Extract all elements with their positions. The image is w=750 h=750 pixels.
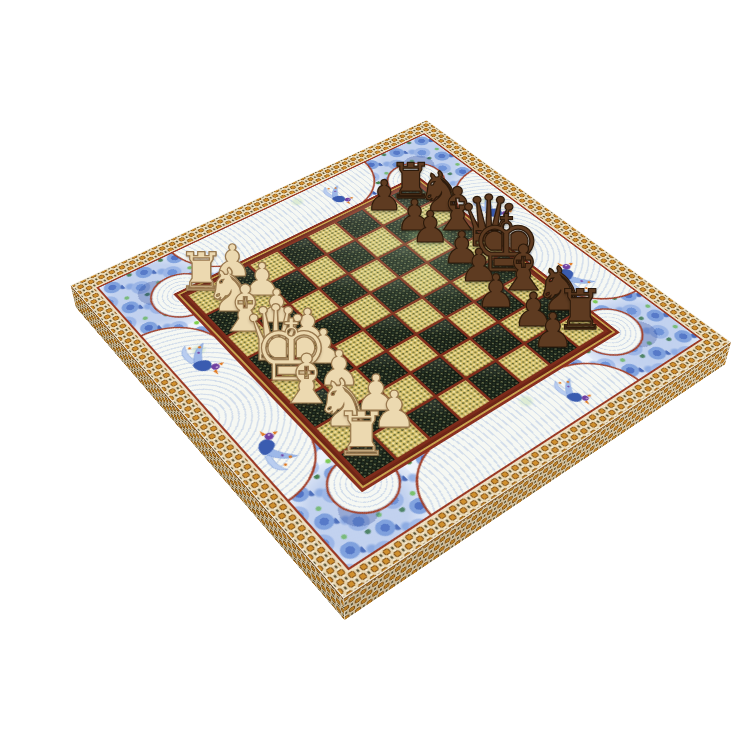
piece-white-rook-h1[interactable]: ♜ bbox=[334, 404, 388, 464]
square-g5[interactable] bbox=[443, 340, 493, 376]
piece-black-pawn-f7[interactable]: ♟ bbox=[476, 269, 517, 315]
square-h4[interactable] bbox=[438, 380, 490, 419]
square-e4[interactable] bbox=[365, 314, 414, 349]
product-photo: Hand-crafted Persian khatam marquetry ch… bbox=[0, 0, 750, 750]
square-f5[interactable] bbox=[419, 319, 468, 354]
piece-black-pawn-h7[interactable]: ♟ bbox=[531, 307, 574, 355]
square-h5[interactable] bbox=[468, 362, 519, 400]
peacock-icon bbox=[237, 421, 308, 481]
peacock-icon bbox=[314, 181, 360, 212]
peacock-icon bbox=[543, 372, 600, 416]
square-g4[interactable] bbox=[413, 357, 464, 394]
